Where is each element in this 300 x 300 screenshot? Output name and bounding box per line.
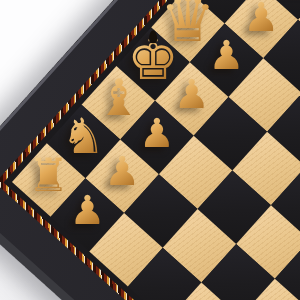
white-rook: ♜ xyxy=(28,152,69,198)
pawn-glyph: ♟ xyxy=(174,74,210,114)
king-finial xyxy=(149,30,157,43)
white-pawn: ♟ xyxy=(243,0,279,37)
pawn-glyph: ♟ xyxy=(139,113,175,153)
pawn-glyph: ♟ xyxy=(69,190,105,230)
board-outer-frame: ♟♟♛♟♚♟♝♟♞♟♜♟ xyxy=(0,0,300,300)
board-inner-gap: ♟♟♛♟♚♟♝♟♞♟♜♟ xyxy=(4,0,300,300)
pawn-glyph: ♟ xyxy=(104,151,140,191)
white-pawn: ♟ xyxy=(209,35,245,75)
white-pawn: ♟ xyxy=(104,151,140,191)
mosaic-ribbon-inlay: ♟♟♛♟♚♟♝♟♞♟♜♟ xyxy=(0,0,300,300)
rook-glyph: ♜ xyxy=(28,152,69,198)
white-pawn: ♟ xyxy=(139,113,175,153)
white-pawn: ♟ xyxy=(174,74,210,114)
chessboard-photo: ♟♟♛♟♚♟♝♟♞♟♜♟ xyxy=(0,0,300,300)
white-pawn: ♟ xyxy=(69,190,105,230)
pawn-glyph: ♟ xyxy=(243,0,279,37)
pawn-glyph: ♟ xyxy=(209,35,245,75)
board-field: ♟♟♛♟♚♟♝♟♞♟♜♟ xyxy=(12,0,300,300)
